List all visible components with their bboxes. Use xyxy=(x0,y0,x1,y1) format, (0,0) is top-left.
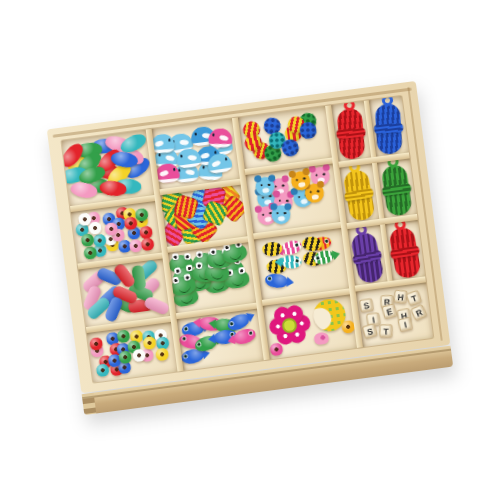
threading-cord xyxy=(381,164,413,217)
bear-nose xyxy=(297,181,305,188)
bee-eye xyxy=(318,241,320,243)
whale-fin xyxy=(165,155,175,162)
bear-eye xyxy=(261,213,264,216)
bead-round xyxy=(269,342,284,357)
bear-ear xyxy=(316,180,324,188)
fish-eye xyxy=(249,332,252,335)
threading-cord xyxy=(388,225,422,279)
fish-eye xyxy=(230,322,233,325)
compartment-oval-beads xyxy=(61,130,153,206)
bead-cube: S xyxy=(359,297,374,312)
bear-ear xyxy=(284,203,291,210)
bead-cube: R xyxy=(410,303,427,320)
fish-tail xyxy=(193,317,201,328)
bee-eye xyxy=(278,245,280,247)
bear-nose xyxy=(262,187,269,193)
bear-eye xyxy=(302,177,305,180)
compartment-letter-cube-beads: SRHTIEHRSTI xyxy=(355,282,433,347)
bead-sfish xyxy=(312,248,336,266)
bear-ear xyxy=(323,164,331,172)
compartment-whale-beads xyxy=(151,118,240,189)
bear-eye xyxy=(285,199,288,202)
whale-fin xyxy=(211,160,221,168)
cord-knot xyxy=(344,188,374,202)
whale-fin xyxy=(219,134,229,141)
threading-cord xyxy=(350,230,386,284)
bead-round xyxy=(142,336,157,351)
bead-beetle xyxy=(299,122,317,140)
frog-mouth xyxy=(211,271,223,279)
bear-eye xyxy=(323,173,326,176)
compartment-fish-beads xyxy=(176,309,263,371)
frog-mouth xyxy=(229,251,243,262)
bear-nose xyxy=(263,215,271,222)
whale-eye xyxy=(225,157,228,160)
cord-loop xyxy=(342,101,356,112)
whale-eye xyxy=(168,139,171,142)
bead-bear xyxy=(271,205,290,224)
box-tray: SRHTIEHRSTI xyxy=(47,81,451,393)
bead-round xyxy=(118,350,133,365)
bead-round xyxy=(96,363,111,378)
fish-tail xyxy=(286,277,294,288)
whale-fin xyxy=(187,154,197,160)
threading-cord xyxy=(337,107,366,159)
compartment-pair xyxy=(347,220,425,285)
cord-knot xyxy=(382,183,412,196)
bear-ear xyxy=(288,170,296,178)
frog-eye xyxy=(172,253,179,260)
compartment-flower-and-moon-beads xyxy=(262,294,356,359)
bear-eye xyxy=(276,212,279,215)
frog-eye xyxy=(195,262,202,269)
compartment-bee-and-fish-beads xyxy=(254,228,349,300)
whale-eye xyxy=(173,168,176,171)
bead-cyl xyxy=(143,295,170,316)
whale-eye xyxy=(213,133,216,136)
fish-eye xyxy=(325,240,328,243)
bear-eye xyxy=(260,183,263,186)
frog-mouth xyxy=(177,283,191,294)
whale-eye xyxy=(194,132,197,135)
threading-cord xyxy=(342,168,375,222)
bear-eye xyxy=(315,174,318,177)
whale-fin xyxy=(154,140,164,148)
bead-round xyxy=(83,245,98,260)
bear-ear xyxy=(302,168,310,176)
frog-eye xyxy=(237,267,245,275)
bead-cube: E xyxy=(382,304,398,320)
bead-round xyxy=(140,237,155,252)
fish-eye xyxy=(316,256,319,259)
whale-fin xyxy=(186,169,196,175)
bead-cube: T xyxy=(379,325,392,338)
fish-eye xyxy=(295,243,298,246)
fish-eye xyxy=(197,342,200,345)
bead-snail xyxy=(313,331,329,345)
bead-fish xyxy=(264,273,288,289)
fish-tail xyxy=(226,335,236,347)
cord-knot xyxy=(390,245,420,259)
bead-round xyxy=(81,233,96,248)
bead-whale xyxy=(151,134,175,154)
whale-eye xyxy=(202,166,205,169)
bear-eye xyxy=(278,199,281,202)
whale-fin xyxy=(159,169,169,177)
bear-eye xyxy=(298,195,301,198)
bear-ear xyxy=(254,175,261,182)
bear-eye xyxy=(316,189,319,192)
whale-eye xyxy=(180,154,183,157)
bead-sfish xyxy=(279,238,303,256)
fish-eye xyxy=(183,337,186,340)
whale-eye xyxy=(214,150,217,153)
bead-whale xyxy=(209,128,233,147)
bear-eye xyxy=(295,178,298,181)
frog-eye xyxy=(184,253,191,260)
frog-mouth xyxy=(230,277,243,287)
cord-knot xyxy=(336,127,366,138)
bead-sfish xyxy=(280,255,301,268)
bear-ear xyxy=(309,165,317,173)
frog-eye xyxy=(183,273,192,282)
frog-mouth xyxy=(211,282,224,292)
frog-eye xyxy=(173,266,181,274)
fish-tail xyxy=(246,310,257,322)
whale-fin xyxy=(200,152,210,159)
frog-eye xyxy=(196,251,203,258)
compartment-cylinder-beads xyxy=(78,258,169,327)
cord-knot xyxy=(352,249,382,264)
frog-mouth xyxy=(180,294,193,304)
bear-ear xyxy=(281,175,289,183)
fish-eye xyxy=(184,355,187,358)
cord-knot xyxy=(374,123,403,134)
whale-eye xyxy=(158,153,161,156)
bead-cube: S xyxy=(362,323,378,339)
bear-nose xyxy=(311,193,319,199)
frog-eye xyxy=(209,248,216,255)
fish-eye xyxy=(268,277,271,280)
fish-tail xyxy=(274,256,281,266)
bear-ear xyxy=(254,205,262,213)
bead-cube: I xyxy=(397,317,413,333)
fish-tail xyxy=(332,248,341,260)
fish-tail xyxy=(207,333,215,344)
bear-eye xyxy=(309,190,312,193)
wooden-box: SRHTIEHRSTI xyxy=(47,81,453,415)
compartment-grid: SRHTIEHRSTI xyxy=(61,96,433,383)
bead-round xyxy=(155,347,170,362)
compartment-frog-beads xyxy=(167,242,256,313)
bear-ear xyxy=(270,203,277,210)
whale-fin xyxy=(180,139,189,145)
compartment-pair xyxy=(331,96,409,161)
bear-ear xyxy=(268,174,275,181)
cord-loop xyxy=(380,96,394,107)
threading-cord xyxy=(375,103,403,154)
bead-flower xyxy=(267,303,312,348)
product-photo-bead-box: SRHTIEHRSTI xyxy=(0,0,500,500)
bear-eye xyxy=(283,212,286,215)
fish-eye xyxy=(295,259,298,262)
bear-nose xyxy=(277,216,284,222)
bear-eye xyxy=(281,184,284,187)
fish-tail xyxy=(208,318,216,329)
bear-ear xyxy=(272,190,279,197)
bear-eye xyxy=(268,183,271,186)
frog-eye xyxy=(171,276,180,285)
compartment-pair xyxy=(339,158,417,223)
fish-eye xyxy=(185,327,188,330)
